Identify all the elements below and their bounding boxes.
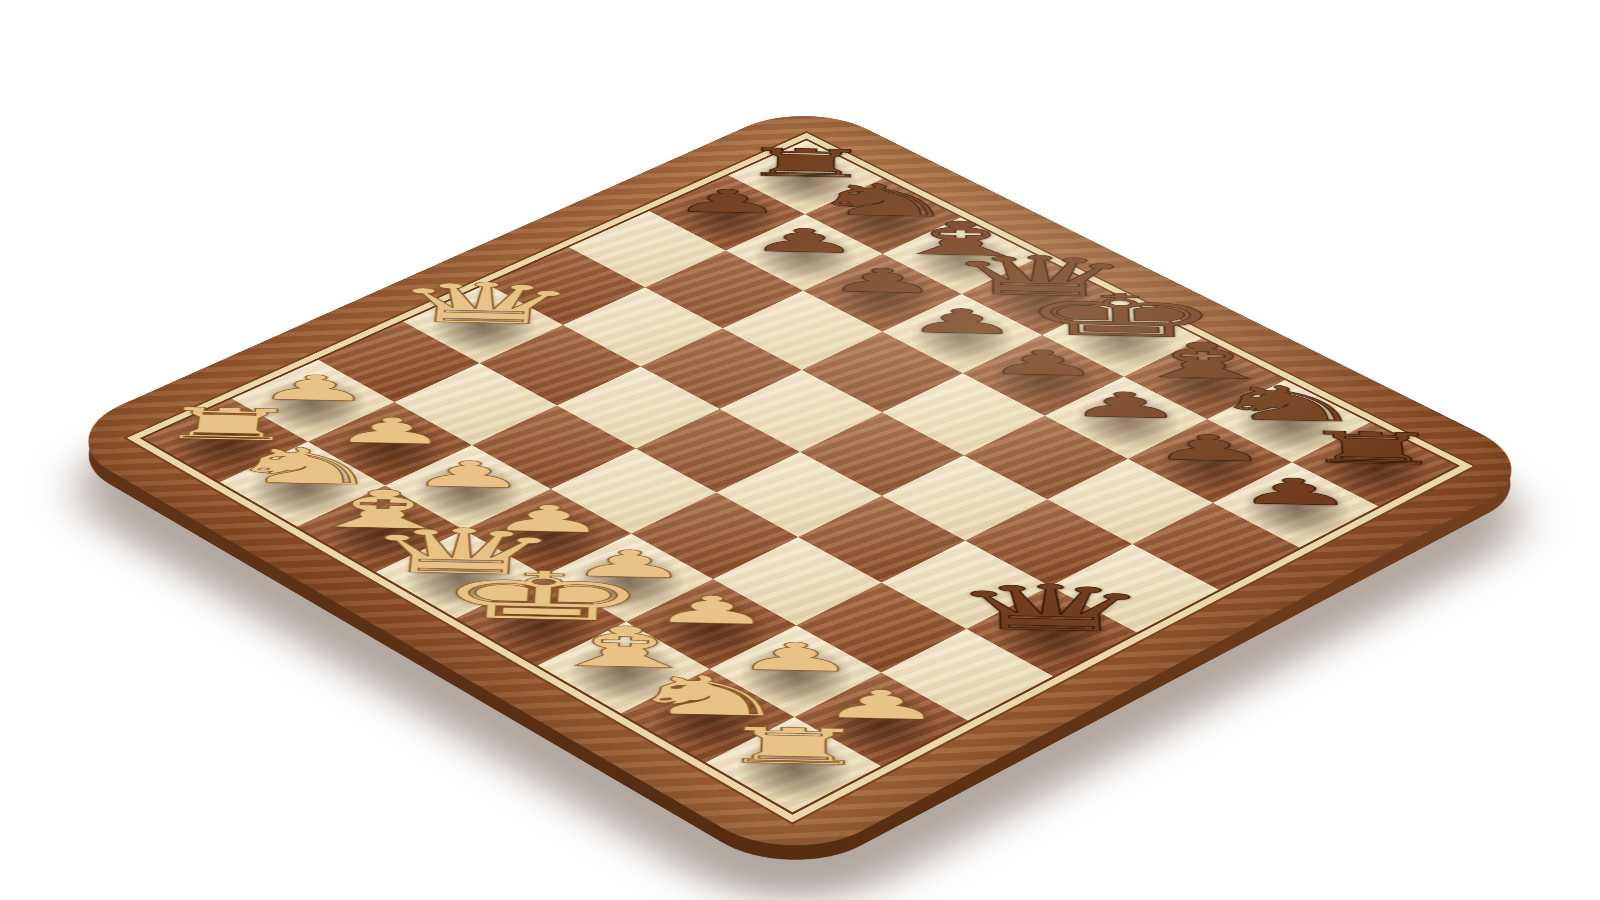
square-f5 [882,455,1048,540]
white-queen-glyph: ♛ [339,113,631,360]
square-g3 [796,583,966,673]
square-f2 [626,579,796,669]
square-f4 [798,496,965,583]
square-h5 [1050,544,1219,632]
piece-contact-shadow [713,631,879,720]
square-g2 [709,625,881,717]
board-top-surface: ♜♞♝♛♚♝♞♜♟♟♟♟♟♟♟♟♛♛♟♟♟♟♟♟♟♟♜♞♝♛♚♝♞♜ [51,99,1550,868]
square-h2 [794,673,967,766]
square-d1 [376,530,545,618]
chess-board: ♜♞♝♛♚♝♞♜♟♟♟♟♟♟♟♟♛♛♟♟♟♟♟♟♟♟♜♞♝♛♚♝♞♜ [51,99,1550,868]
piece-contact-shadow [300,491,461,575]
white-pawn-glyph: ♟ [725,581,1040,744]
white-rook-glyph: ♜ [636,594,954,795]
piece-contact-shadow [630,585,794,672]
product-photo: ♜♞♝♛♚♝♞♜♟♟♟♟♟♟♟♟♛♛♟♟♟♟♟♟♟♟♜♞♝♛♚♝♞♜ [0,0,1600,900]
square-h3 [881,629,1053,721]
piece-contact-shadow [548,539,711,624]
piece-contact-shadow [624,675,792,765]
white-pawn-glyph: ♟ [558,488,867,648]
square-h6 [1132,503,1299,590]
square-g1 [621,669,794,762]
piece-contact-shadow [467,494,628,578]
piece-contact-shadow [459,581,623,668]
piece-contact-shadow [541,628,707,717]
piece-contact-shadow [709,723,878,815]
pieces-layer: ♜♞♝♛♚♝♞♜♟♟♟♟♟♟♟♟♛♛♟♟♟♟♟♟♟♟♜♞♝♛♚♝♞♜ [51,99,1550,868]
square-f3 [713,537,882,625]
square-h1 [706,717,881,812]
piece-contact-shadow [798,679,966,769]
perspective-scene: ♜♞♝♛♚♝♞♜♟♟♟♟♟♟♟♟♛♛♟♟♟♟♟♟♟♟♜♞♝♛♚♝♞♜ [0,0,1600,900]
square-f1 [538,622,710,714]
board-tilt-wrapper: ♜♞♝♛♚♝♞♜♟♟♟♟♟♟♟♟♛♛♟♟♟♟♟♟♟♟♜♞♝♛♚♝♞♜ [0,0,1600,900]
square-h4 [967,586,1137,676]
square-g4 [882,541,1051,629]
square-e4 [716,452,882,537]
piece-contact-shadow [379,536,542,621]
square-e2 [544,534,713,622]
white-bishop-glyph: ♝ [469,471,782,702]
square-e1 [456,576,626,666]
piece-contact-shadow [970,592,1134,679]
white-pawn-glyph: ♟ [641,534,953,695]
